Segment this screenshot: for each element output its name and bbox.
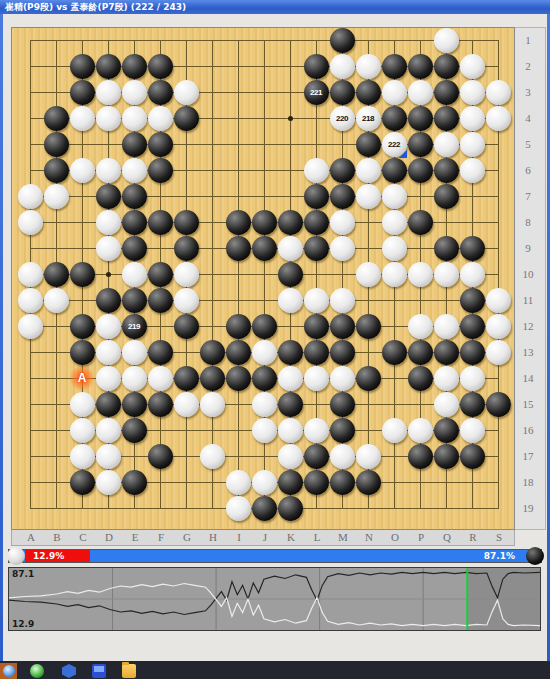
black-stone (382, 340, 407, 365)
black-stone (122, 132, 147, 157)
black-stone (70, 54, 95, 79)
white-stone (278, 236, 303, 261)
black-stone (70, 314, 95, 339)
black-stone (304, 236, 329, 261)
black-stone (122, 236, 147, 261)
white-stone (278, 366, 303, 391)
move-219-stone: 219 (122, 314, 147, 339)
white-stone (96, 444, 121, 469)
black-stone (460, 392, 485, 417)
row-label-2: 2 (515, 60, 541, 72)
black-stone (330, 158, 355, 183)
black-stone (304, 470, 329, 495)
black-stone (330, 392, 355, 417)
white-stone (96, 106, 121, 131)
hoshi-point (288, 116, 293, 121)
black-stone (148, 158, 173, 183)
white-winrate-text: 12.9% (33, 551, 64, 561)
black-stone (304, 314, 329, 339)
black-stone (226, 314, 251, 339)
black-stone (486, 392, 511, 417)
white-stone (96, 158, 121, 183)
white-stone (434, 314, 459, 339)
black-winrate-text: 87.1% (484, 551, 515, 561)
white-stone (226, 496, 251, 521)
white-stone (460, 106, 485, 131)
row-label-15: 15 (515, 398, 541, 410)
black-stone (330, 340, 355, 365)
black-stone (460, 314, 485, 339)
black-stone (70, 262, 95, 287)
col-label-J: J (257, 531, 273, 543)
white-stone (304, 418, 329, 443)
row-label-16: 16 (515, 424, 541, 436)
white-stone (122, 366, 147, 391)
white-stone (434, 28, 459, 53)
white-stone (96, 418, 121, 443)
white-stone (252, 340, 277, 365)
black-stone (122, 288, 147, 313)
white-stone (148, 106, 173, 131)
column-labels: ABCDEFGHIJKLMNOPQRS (11, 530, 515, 546)
winrate-graph[interactable]: 87.1 12.9 (8, 567, 541, 631)
white-stone (44, 288, 69, 313)
black-stone (304, 184, 329, 209)
white-stone (122, 106, 147, 131)
white-stone (408, 314, 433, 339)
black-stone-icon (526, 547, 544, 565)
black-stone (278, 340, 303, 365)
white-stone (382, 262, 407, 287)
col-label-M: M (335, 531, 351, 543)
black-stone (174, 236, 199, 261)
white-stone (330, 366, 355, 391)
black-stone (434, 54, 459, 79)
row-label-6: 6 (515, 164, 541, 176)
col-label-F: F (153, 531, 169, 543)
winrate-bar: 12.9% 87.1% (8, 549, 542, 563)
white-stone (18, 210, 43, 235)
title-bar[interactable]: 崔精(P9段) vs 孟泰龄(P7段) (222 / 243) (0, 0, 550, 14)
black-stone (122, 392, 147, 417)
blue-app-icon[interactable] (92, 664, 106, 678)
white-stone (382, 236, 407, 261)
black-stone (148, 340, 173, 365)
col-label-S: S (491, 531, 507, 543)
row-label-13: 13 (515, 346, 541, 358)
black-stone (148, 262, 173, 287)
black-stone (278, 470, 303, 495)
black-stone (148, 392, 173, 417)
black-stone (252, 496, 277, 521)
white-stone (278, 418, 303, 443)
black-stone (330, 418, 355, 443)
white-stone (486, 106, 511, 131)
black-stone (434, 158, 459, 183)
black-stone (382, 106, 407, 131)
white-stone (18, 184, 43, 209)
black-stone (70, 470, 95, 495)
black-stone (408, 210, 433, 235)
white-stone (330, 54, 355, 79)
white-stone (356, 444, 381, 469)
white-stone-icon (7, 547, 25, 565)
row-label-8: 8 (515, 216, 541, 228)
go-board[interactable]: 221220218222219A (11, 27, 515, 530)
white-stone (226, 470, 251, 495)
white-stone (356, 54, 381, 79)
white-stone (330, 210, 355, 235)
black-stone (278, 496, 303, 521)
row-label-10: 10 (515, 268, 541, 280)
black-stone (44, 158, 69, 183)
black-stone (96, 184, 121, 209)
black-stone (460, 236, 485, 261)
col-label-C: C (75, 531, 91, 543)
white-stone (96, 210, 121, 235)
white-stone (252, 470, 277, 495)
black-winrate-segment (90, 550, 525, 562)
col-label-E: E (127, 531, 143, 543)
white-stone (70, 106, 95, 131)
white-stone (122, 262, 147, 287)
white-stone (174, 288, 199, 313)
white-stone (200, 392, 225, 417)
black-stone (304, 444, 329, 469)
black-stone (174, 106, 199, 131)
white-stone (174, 262, 199, 287)
black-stone (44, 106, 69, 131)
move-218-stone: 218 (356, 106, 381, 131)
black-stone (148, 210, 173, 235)
row-labels: 12345678910111213141516171819 (515, 27, 546, 530)
black-stone (278, 210, 303, 235)
app-window: 崔精(P9段) vs 孟泰龄(P7段) (222 / 243) 22122021… (0, 0, 550, 679)
black-stone (122, 470, 147, 495)
white-stone (382, 418, 407, 443)
black-stone (44, 132, 69, 157)
taskbar (0, 661, 550, 679)
black-stone (330, 80, 355, 105)
white-stone (434, 392, 459, 417)
white-stone (330, 288, 355, 313)
black-stone (434, 418, 459, 443)
row-label-17: 17 (515, 450, 541, 462)
white-stone (382, 184, 407, 209)
row-label-12: 12 (515, 320, 541, 332)
black-stone (434, 106, 459, 131)
row-label-18: 18 (515, 476, 541, 488)
white-stone (460, 54, 485, 79)
black-stone (408, 444, 433, 469)
black-stone (226, 340, 251, 365)
black-stone (408, 340, 433, 365)
hoshi-point (106, 272, 111, 277)
white-stone (148, 366, 173, 391)
black-stone (70, 80, 95, 105)
col-label-A: A (23, 531, 39, 543)
white-stone (330, 236, 355, 261)
window-border-left (0, 14, 3, 661)
white-stone (486, 80, 511, 105)
row-label-7: 7 (515, 190, 541, 202)
white-stone (252, 418, 277, 443)
white-stone (460, 418, 485, 443)
col-label-Q: Q (439, 531, 455, 543)
white-stone (18, 288, 43, 313)
white-stone (356, 158, 381, 183)
white-stone (304, 158, 329, 183)
black-stone (96, 288, 121, 313)
white-stone (460, 366, 485, 391)
black-stone (434, 184, 459, 209)
white-stone (96, 236, 121, 261)
black-stone (122, 418, 147, 443)
black-stone (408, 132, 433, 157)
white-stone (330, 444, 355, 469)
white-stone (434, 132, 459, 157)
white-stone (434, 366, 459, 391)
black-stone (356, 80, 381, 105)
col-label-K: K (283, 531, 299, 543)
black-stone (434, 80, 459, 105)
white-stone (252, 392, 277, 417)
white-stone (70, 444, 95, 469)
col-label-R: R (465, 531, 481, 543)
black-stone (330, 28, 355, 53)
black-stone (148, 288, 173, 313)
black-stone (356, 470, 381, 495)
black-stone (434, 236, 459, 261)
black-stone (148, 54, 173, 79)
white-stone (460, 262, 485, 287)
black-stone (278, 392, 303, 417)
black-stone (122, 54, 147, 79)
col-label-D: D (101, 531, 117, 543)
black-stone (330, 184, 355, 209)
black-stone (460, 288, 485, 313)
white-stone (96, 80, 121, 105)
white-stone (486, 314, 511, 339)
row-label-4: 4 (515, 112, 541, 124)
white-stone (174, 80, 199, 105)
black-stone (200, 366, 225, 391)
black-stone (330, 470, 355, 495)
black-stone (304, 340, 329, 365)
black-stone (356, 366, 381, 391)
row-label-19: 19 (515, 502, 541, 514)
white-stone (122, 340, 147, 365)
white-stone (408, 262, 433, 287)
black-stone (356, 132, 381, 157)
last-move-triangle-icon (399, 150, 407, 158)
winrate-graph-canvas (9, 568, 540, 630)
black-stone (226, 236, 251, 261)
black-winrate-line (9, 572, 540, 614)
black-stone (460, 340, 485, 365)
white-stone (70, 418, 95, 443)
white-stone (304, 366, 329, 391)
black-stone (122, 184, 147, 209)
row-label-9: 9 (515, 242, 541, 254)
black-stone (408, 106, 433, 131)
white-stone (18, 314, 43, 339)
white-stone (122, 80, 147, 105)
white-stone (174, 392, 199, 417)
black-stone (174, 314, 199, 339)
black-stone (434, 444, 459, 469)
col-label-G: G (179, 531, 195, 543)
white-stone (96, 314, 121, 339)
black-stone (252, 236, 277, 261)
black-stone (174, 366, 199, 391)
col-label-H: H (205, 531, 221, 543)
col-label-I: I (231, 531, 247, 543)
white-stone (382, 210, 407, 235)
black-stone (226, 366, 251, 391)
white-stone (18, 262, 43, 287)
black-stone (408, 366, 433, 391)
black-stone (148, 444, 173, 469)
black-stone (408, 158, 433, 183)
white-stone (356, 262, 381, 287)
black-stone (382, 54, 407, 79)
black-stone (252, 314, 277, 339)
white-stone (434, 262, 459, 287)
move-221-stone: 221 (304, 80, 329, 105)
white-stone (460, 80, 485, 105)
white-stone (382, 80, 407, 105)
black-stone (44, 262, 69, 287)
col-label-O: O (387, 531, 403, 543)
col-label-B: B (49, 531, 65, 543)
folder-icon[interactable] (122, 664, 136, 678)
black-stone (148, 132, 173, 157)
col-label-L: L (309, 531, 325, 543)
black-stone (382, 158, 407, 183)
col-label-N: N (361, 531, 377, 543)
black-stone (304, 54, 329, 79)
row-label-3: 3 (515, 86, 541, 98)
black-stone (122, 210, 147, 235)
black-stone (356, 314, 381, 339)
edge-browser-icon[interactable] (0, 663, 17, 679)
hexagon-app-icon[interactable] (62, 664, 76, 678)
white-stone (486, 288, 511, 313)
white-stone (70, 392, 95, 417)
white-stone (278, 288, 303, 313)
black-stone (278, 262, 303, 287)
black-stone (460, 444, 485, 469)
white-stone (460, 158, 485, 183)
white-stone (408, 80, 433, 105)
row-label-11: 11 (515, 294, 541, 306)
black-stone (330, 314, 355, 339)
white-stone (122, 158, 147, 183)
black-stone (304, 210, 329, 235)
black-stone (148, 80, 173, 105)
white-stone (278, 444, 303, 469)
row-label-5: 5 (515, 138, 541, 150)
white-stone (356, 184, 381, 209)
white-stone (44, 184, 69, 209)
black-stone (252, 210, 277, 235)
row-label-1: 1 (515, 34, 541, 46)
row-label-14: 14 (515, 372, 541, 384)
white-stone (460, 132, 485, 157)
white-winrate-line (9, 584, 540, 626)
white-stone (486, 340, 511, 365)
white-stone (200, 444, 225, 469)
black-stone (96, 392, 121, 417)
white-stone (96, 470, 121, 495)
white-stone (304, 288, 329, 313)
black-stone (434, 340, 459, 365)
white-stone (96, 366, 121, 391)
black-stone (200, 340, 225, 365)
black-stone (96, 54, 121, 79)
black-stone (252, 366, 277, 391)
white-stone (408, 418, 433, 443)
white-stone (70, 158, 95, 183)
point-label-A: A (69, 365, 95, 391)
black-stone (408, 54, 433, 79)
black-stone (174, 210, 199, 235)
green-browser-icon[interactable] (30, 664, 44, 678)
move-220-stone: 220 (330, 106, 355, 131)
white-stone (96, 340, 121, 365)
col-label-P: P (413, 531, 429, 543)
black-stone (70, 340, 95, 365)
black-stone (226, 210, 251, 235)
